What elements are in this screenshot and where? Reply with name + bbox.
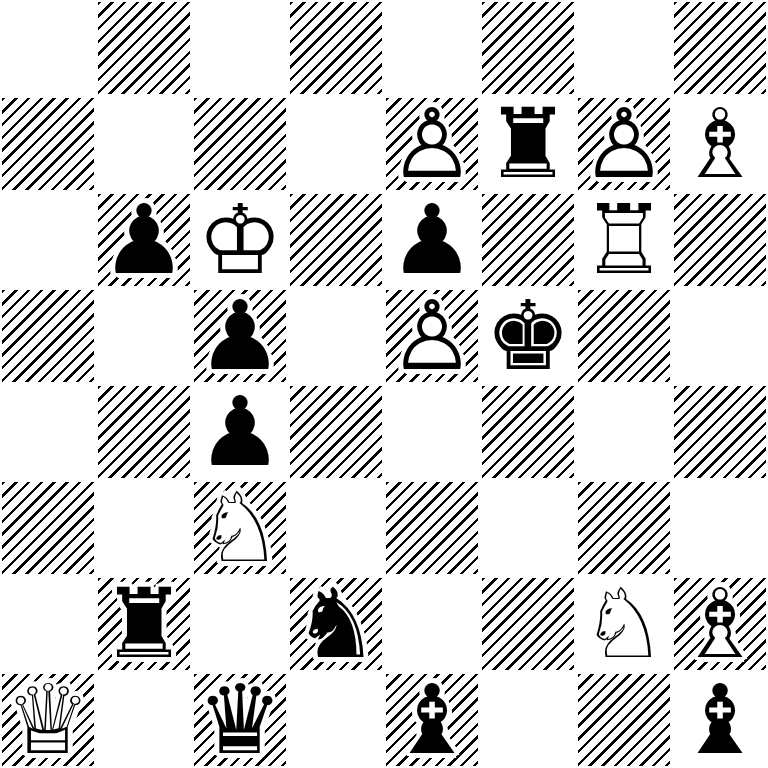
square-h3[interactable] xyxy=(672,480,768,576)
square-b8[interactable] xyxy=(96,0,192,96)
square-h8[interactable] xyxy=(672,0,768,96)
square-a1[interactable]: ♛♕ xyxy=(0,672,96,768)
white-rook-icon: ♖ xyxy=(576,192,672,288)
square-f6[interactable] xyxy=(480,192,576,288)
square-f7[interactable]: ♜♜ xyxy=(480,96,576,192)
square-f2[interactable] xyxy=(480,576,576,672)
square-b5[interactable] xyxy=(96,288,192,384)
square-c7[interactable] xyxy=(192,96,288,192)
square-c5[interactable]: ♟♟ xyxy=(192,288,288,384)
black-queen-icon: ♛ xyxy=(194,672,286,768)
square-d4[interactable] xyxy=(288,384,384,480)
black-bishop-icon: ♝ xyxy=(672,672,768,768)
black-bishop: ♝♝ xyxy=(386,672,478,768)
square-h2[interactable]: ♝♗ xyxy=(672,576,768,672)
square-d5[interactable] xyxy=(288,288,384,384)
square-e1[interactable]: ♝♝ xyxy=(384,672,480,768)
black-knight: ♞♞ xyxy=(290,576,382,672)
black-pawn: ♟♟ xyxy=(384,192,480,288)
square-g7[interactable]: ♟♙ xyxy=(576,96,672,192)
square-c4[interactable]: ♟♟ xyxy=(192,384,288,480)
square-d1[interactable] xyxy=(288,672,384,768)
black-rook-icon: ♜ xyxy=(98,576,190,672)
square-e6[interactable]: ♟♟ xyxy=(384,192,480,288)
square-b6[interactable]: ♟♟ xyxy=(96,192,192,288)
square-h6[interactable] xyxy=(672,192,768,288)
black-pawn-icon: ♟ xyxy=(98,192,190,288)
square-d2[interactable]: ♞♞ xyxy=(288,576,384,672)
black-rook: ♜♜ xyxy=(480,96,576,192)
white-bishop-icon: ♗ xyxy=(672,96,768,192)
square-g3[interactable] xyxy=(576,480,672,576)
square-a2[interactable] xyxy=(0,576,96,672)
square-c8[interactable] xyxy=(192,0,288,96)
chess-board: ♟♙♜♜♟♙♝♗♟♟♚♔♟♟♜♖♟♟♟♙♚♚♟♟♞♘♜♜♞♞♞♘♝♗♛♕♛♛♝♝… xyxy=(0,0,768,768)
square-a6[interactable] xyxy=(0,192,96,288)
black-king: ♚♚ xyxy=(480,288,576,384)
square-g4[interactable] xyxy=(576,384,672,480)
square-h1[interactable]: ♝♝ xyxy=(672,672,768,768)
white-knight: ♞♘ xyxy=(194,480,286,576)
black-bishop: ♝♝ xyxy=(672,672,768,768)
square-h4[interactable] xyxy=(672,384,768,480)
square-f1[interactable] xyxy=(480,672,576,768)
white-queen: ♛♕ xyxy=(2,672,94,768)
square-g6[interactable]: ♜♖ xyxy=(576,192,672,288)
square-c3[interactable]: ♞♘ xyxy=(192,480,288,576)
square-e8[interactable] xyxy=(384,0,480,96)
square-c2[interactable] xyxy=(192,576,288,672)
square-e2[interactable] xyxy=(384,576,480,672)
square-e7[interactable]: ♟♙ xyxy=(384,96,480,192)
square-f8[interactable] xyxy=(480,0,576,96)
square-e5[interactable]: ♟♙ xyxy=(384,288,480,384)
white-pawn: ♟♙ xyxy=(578,96,670,192)
square-c1[interactable]: ♛♛ xyxy=(192,672,288,768)
white-knight-icon: ♘ xyxy=(576,576,672,672)
square-e3[interactable] xyxy=(384,480,480,576)
square-a4[interactable] xyxy=(0,384,96,480)
square-b1[interactable] xyxy=(96,672,192,768)
square-d6[interactable] xyxy=(288,192,384,288)
white-pawn-icon: ♙ xyxy=(386,288,478,384)
black-pawn: ♟♟ xyxy=(192,384,288,480)
black-knight-icon: ♞ xyxy=(290,576,382,672)
black-pawn-icon: ♟ xyxy=(192,384,288,480)
square-f4[interactable] xyxy=(480,384,576,480)
square-d3[interactable] xyxy=(288,480,384,576)
black-pawn-icon: ♟ xyxy=(384,192,480,288)
square-g1[interactable] xyxy=(576,672,672,768)
white-rook: ♜♖ xyxy=(576,192,672,288)
white-bishop-icon: ♗ xyxy=(674,576,766,672)
white-king: ♚♔ xyxy=(192,192,288,288)
square-a7[interactable] xyxy=(0,96,96,192)
white-pawn: ♟♙ xyxy=(386,288,478,384)
black-rook: ♜♜ xyxy=(98,576,190,672)
square-b7[interactable] xyxy=(96,96,192,192)
square-b3[interactable] xyxy=(96,480,192,576)
square-g8[interactable] xyxy=(576,0,672,96)
black-pawn: ♟♟ xyxy=(194,288,286,384)
black-queen: ♛♛ xyxy=(194,672,286,768)
white-king-icon: ♔ xyxy=(192,192,288,288)
white-pawn-icon: ♙ xyxy=(578,96,670,192)
square-h7[interactable]: ♝♗ xyxy=(672,96,768,192)
square-b4[interactable] xyxy=(96,384,192,480)
white-queen-icon: ♕ xyxy=(2,672,94,768)
white-knight-icon: ♘ xyxy=(194,480,286,576)
square-e4[interactable] xyxy=(384,384,480,480)
black-king-icon: ♚ xyxy=(480,288,576,384)
square-d7[interactable] xyxy=(288,96,384,192)
square-f5[interactable]: ♚♚ xyxy=(480,288,576,384)
white-pawn-icon: ♙ xyxy=(386,96,478,192)
square-d8[interactable] xyxy=(288,0,384,96)
square-a3[interactable] xyxy=(0,480,96,576)
black-rook-icon: ♜ xyxy=(480,96,576,192)
black-bishop-icon: ♝ xyxy=(386,672,478,768)
square-g5[interactable] xyxy=(576,288,672,384)
square-a8[interactable] xyxy=(0,0,96,96)
black-pawn-icon: ♟ xyxy=(194,288,286,384)
square-c6[interactable]: ♚♔ xyxy=(192,192,288,288)
black-pawn: ♟♟ xyxy=(98,192,190,288)
square-a5[interactable] xyxy=(0,288,96,384)
square-h5[interactable] xyxy=(672,288,768,384)
white-knight: ♞♘ xyxy=(576,576,672,672)
white-bishop: ♝♗ xyxy=(672,96,768,192)
white-pawn: ♟♙ xyxy=(386,96,478,192)
square-g2[interactable]: ♞♘ xyxy=(576,576,672,672)
square-b2[interactable]: ♜♜ xyxy=(96,576,192,672)
white-bishop: ♝♗ xyxy=(674,576,766,672)
square-f3[interactable] xyxy=(480,480,576,576)
